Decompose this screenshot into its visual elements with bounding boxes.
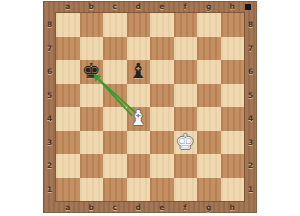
file-label: h — [221, 1, 245, 12]
square-c3[interactable] — [103, 131, 127, 155]
file-label: a — [56, 1, 80, 12]
square-b2[interactable] — [80, 154, 104, 178]
square-f3[interactable]: ♚ — [174, 131, 198, 155]
square-c2[interactable] — [103, 154, 127, 178]
square-e2[interactable] — [150, 154, 174, 178]
rank-label: 4 — [44, 107, 55, 131]
square-g7[interactable] — [197, 37, 221, 61]
square-e1[interactable] — [150, 178, 174, 202]
piece-black-king[interactable]: ♚ — [80, 60, 104, 84]
square-b8[interactable] — [80, 13, 104, 37]
rank-label: 6 — [245, 60, 256, 84]
file-label: h — [221, 202, 245, 213]
square-a5[interactable] — [56, 84, 80, 108]
square-e5[interactable] — [150, 84, 174, 108]
file-label: f — [174, 202, 198, 213]
rank-label: 6 — [44, 60, 55, 84]
square-c5[interactable] — [103, 84, 127, 108]
square-f1[interactable] — [174, 178, 198, 202]
square-g5[interactable] — [197, 84, 221, 108]
square-d1[interactable] — [127, 178, 151, 202]
square-h7[interactable] — [221, 37, 245, 61]
square-a2[interactable] — [56, 154, 80, 178]
square-h6[interactable] — [221, 60, 245, 84]
square-b4[interactable] — [80, 107, 104, 131]
square-a1[interactable] — [56, 178, 80, 202]
file-label: d — [127, 1, 151, 12]
black-to-move-indicator — [245, 4, 251, 10]
file-label: d — [127, 202, 151, 213]
square-g3[interactable] — [197, 131, 221, 155]
square-b7[interactable] — [80, 37, 104, 61]
square-d2[interactable] — [127, 154, 151, 178]
square-a4[interactable] — [56, 107, 80, 131]
square-c1[interactable] — [103, 178, 127, 202]
rank-labels-left: 87654321 — [44, 13, 55, 201]
file-labels-top: abcdefgh — [56, 1, 244, 12]
square-h4[interactable] — [221, 107, 245, 131]
square-e6[interactable] — [150, 60, 174, 84]
square-h3[interactable] — [221, 131, 245, 155]
piece-white-king[interactable]: ♚ — [174, 131, 198, 155]
square-d4[interactable]: ♝ — [127, 107, 151, 131]
square-d3[interactable] — [127, 131, 151, 155]
rank-label: 1 — [245, 178, 256, 202]
rank-label: 2 — [44, 154, 55, 178]
square-g6[interactable] — [197, 60, 221, 84]
square-e4[interactable] — [150, 107, 174, 131]
square-h5[interactable] — [221, 84, 245, 108]
chess-board: abcdefgh abcdefgh 87654321 87654321 ♚♝♝♚ — [43, 1, 257, 213]
square-g4[interactable] — [197, 107, 221, 131]
rank-label: 7 — [245, 37, 256, 61]
file-label: g — [197, 1, 221, 12]
square-h8[interactable] — [221, 13, 245, 37]
rank-label: 1 — [44, 178, 55, 202]
square-d8[interactable] — [127, 13, 151, 37]
square-h1[interactable] — [221, 178, 245, 202]
rank-label: 5 — [245, 84, 256, 108]
square-c4[interactable] — [103, 107, 127, 131]
file-labels-bottom: abcdefgh — [56, 202, 244, 213]
square-f7[interactable] — [174, 37, 198, 61]
square-c8[interactable] — [103, 13, 127, 37]
piece-white-bishop[interactable]: ♝ — [127, 107, 151, 131]
rank-label: 8 — [245, 13, 256, 37]
square-c7[interactable] — [103, 37, 127, 61]
square-a6[interactable] — [56, 60, 80, 84]
rank-label: 3 — [245, 131, 256, 155]
rank-labels-right: 87654321 — [245, 13, 256, 201]
rank-label: 5 — [44, 84, 55, 108]
file-label: b — [80, 202, 104, 213]
rank-label: 4 — [245, 107, 256, 131]
square-b6[interactable]: ♚ — [80, 60, 104, 84]
file-label: e — [150, 1, 174, 12]
square-d5[interactable] — [127, 84, 151, 108]
file-label: c — [103, 1, 127, 12]
square-f4[interactable] — [174, 107, 198, 131]
page: abcdefgh abcdefgh 87654321 87654321 ♚♝♝♚ — [0, 0, 300, 216]
square-a7[interactable] — [56, 37, 80, 61]
file-label: e — [150, 202, 174, 213]
square-e7[interactable] — [150, 37, 174, 61]
square-d6[interactable]: ♝ — [127, 60, 151, 84]
rank-label: 7 — [44, 37, 55, 61]
square-g2[interactable] — [197, 154, 221, 178]
square-f2[interactable] — [174, 154, 198, 178]
square-c6[interactable] — [103, 60, 127, 84]
rank-label: 8 — [44, 13, 55, 37]
file-label: a — [56, 202, 80, 213]
square-f5[interactable] — [174, 84, 198, 108]
rank-label: 3 — [44, 131, 55, 155]
square-b3[interactable] — [80, 131, 104, 155]
square-g8[interactable] — [197, 13, 221, 37]
file-label: f — [174, 1, 198, 12]
rank-label: 2 — [245, 154, 256, 178]
square-b1[interactable] — [80, 178, 104, 202]
file-label: g — [197, 202, 221, 213]
square-d7[interactable] — [127, 37, 151, 61]
square-h2[interactable] — [221, 154, 245, 178]
piece-black-bishop[interactable]: ♝ — [127, 60, 151, 84]
square-f8[interactable] — [174, 13, 198, 37]
square-b5[interactable] — [80, 84, 104, 108]
square-e8[interactable] — [150, 13, 174, 37]
square-a3[interactable] — [56, 131, 80, 155]
file-label: b — [80, 1, 104, 12]
square-a8[interactable] — [56, 13, 80, 37]
square-e3[interactable] — [150, 131, 174, 155]
square-g1[interactable] — [197, 178, 221, 202]
file-label: c — [103, 202, 127, 213]
board-grid: ♚♝♝♚ — [56, 13, 244, 201]
square-f6[interactable] — [174, 60, 198, 84]
